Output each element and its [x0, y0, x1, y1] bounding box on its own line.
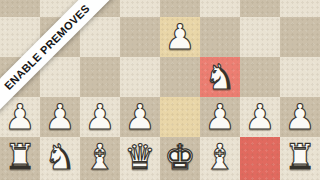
- square-e1[interactable]: ♚: [160, 137, 200, 180]
- square-g2[interactable]: ♟: [240, 97, 280, 137]
- white-bishop[interactable]: ♝: [204, 140, 235, 175]
- white-king[interactable]: ♚: [164, 140, 195, 175]
- square-e2[interactable]: [160, 97, 200, 137]
- square-f2[interactable]: ♟: [200, 97, 240, 137]
- square-f5[interactable]: [200, 0, 240, 17]
- square-h3[interactable]: [280, 57, 320, 97]
- white-rook[interactable]: ♜: [4, 140, 35, 175]
- square-c1[interactable]: ♝: [80, 137, 120, 180]
- square-f3[interactable]: ♞: [200, 57, 240, 97]
- white-pawn[interactable]: ♟: [164, 20, 195, 55]
- square-d5[interactable]: [120, 0, 160, 17]
- white-pawn[interactable]: ♟: [204, 100, 235, 135]
- square-g1[interactable]: [240, 137, 280, 180]
- square-h4[interactable]: [280, 17, 320, 57]
- square-a5[interactable]: [0, 0, 40, 17]
- square-d1[interactable]: ♛: [120, 137, 160, 180]
- white-bishop[interactable]: ♝: [84, 140, 115, 175]
- chess-app-viewport: ♟♞♟♟♟♟♟♟♟♜♞♝♛♚♝♜ ENABLE PREMOVES: [0, 0, 320, 180]
- square-h1[interactable]: ♜: [280, 137, 320, 180]
- white-queen[interactable]: ♛: [124, 140, 155, 175]
- square-c2[interactable]: ♟: [80, 97, 120, 137]
- square-e5[interactable]: [160, 0, 200, 17]
- square-d3[interactable]: [120, 57, 160, 97]
- white-rook[interactable]: ♜: [284, 140, 315, 175]
- square-d2[interactable]: ♟: [120, 97, 160, 137]
- square-g4[interactable]: [240, 17, 280, 57]
- white-pawn[interactable]: ♟: [4, 100, 35, 135]
- square-d4[interactable]: [120, 17, 160, 57]
- square-b2[interactable]: ♟: [40, 97, 80, 137]
- square-h2[interactable]: ♟: [280, 97, 320, 137]
- white-knight[interactable]: ♞: [204, 60, 235, 95]
- white-knight[interactable]: ♞: [44, 140, 75, 175]
- square-f4[interactable]: [200, 17, 240, 57]
- square-c3[interactable]: [80, 57, 120, 97]
- square-e3[interactable]: [160, 57, 200, 97]
- white-pawn[interactable]: ♟: [84, 100, 115, 135]
- white-pawn[interactable]: ♟: [244, 100, 275, 135]
- square-f1[interactable]: ♝: [200, 137, 240, 180]
- square-e4[interactable]: ♟: [160, 17, 200, 57]
- chess-board: ♟♞♟♟♟♟♟♟♟♜♞♝♛♚♝♜: [0, 0, 320, 180]
- white-pawn[interactable]: ♟: [284, 100, 315, 135]
- square-g5[interactable]: [240, 0, 280, 17]
- white-pawn[interactable]: ♟: [44, 100, 75, 135]
- white-pawn[interactable]: ♟: [124, 100, 155, 135]
- square-b1[interactable]: ♞: [40, 137, 80, 180]
- square-h5[interactable]: [280, 0, 320, 17]
- square-a1[interactable]: ♜: [0, 137, 40, 180]
- square-g3[interactable]: [240, 57, 280, 97]
